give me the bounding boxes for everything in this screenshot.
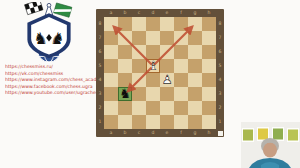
square-d7[interactable] (146, 31, 160, 45)
square-f5[interactable] (174, 59, 188, 73)
square-e1[interactable] (160, 115, 174, 129)
square-a5[interactable] (104, 59, 118, 73)
square-g6[interactable] (188, 45, 202, 59)
coord-label: d (146, 9, 160, 17)
coord-label: e (160, 9, 174, 17)
square-c4[interactable] (132, 73, 146, 87)
square-e2[interactable] (160, 101, 174, 115)
chess-club-crest-logo: ♞ ♞ (10, 2, 88, 64)
coord-label: h (202, 129, 216, 137)
square-h1[interactable] (202, 115, 216, 129)
square-b1[interactable] (118, 115, 132, 129)
shield-icon: ♞ ♞ (27, 13, 70, 58)
square-e4[interactable] (160, 73, 174, 87)
coord-label: 8 (216, 17, 224, 31)
square-g8[interactable] (188, 17, 202, 31)
board-corner-badge (218, 131, 223, 136)
square-h8[interactable] (202, 17, 216, 31)
square-f1[interactable] (174, 115, 188, 129)
square-a3[interactable] (104, 87, 118, 101)
checkered-flag-icon (25, 2, 43, 15)
square-e6[interactable] (160, 45, 174, 59)
coord-label: 5 (216, 59, 224, 73)
coord-label: b (118, 129, 132, 137)
square-c7[interactable] (132, 31, 146, 45)
square-b7[interactable] (118, 31, 132, 45)
square-h2[interactable] (202, 101, 216, 115)
square-c6[interactable] (132, 45, 146, 59)
square-a6[interactable] (104, 45, 118, 59)
square-a1[interactable] (104, 115, 118, 129)
coord-label: 3 (216, 87, 224, 101)
square-g3[interactable] (188, 87, 202, 101)
square-f6[interactable] (174, 45, 188, 59)
square-h5[interactable] (202, 59, 216, 73)
square-a2[interactable] (104, 101, 118, 115)
square-g5[interactable] (188, 59, 202, 73)
square-b6[interactable] (118, 45, 132, 59)
svg-text:♞: ♞ (50, 29, 64, 48)
board-grid (104, 17, 216, 129)
rank-labels-left: 87654321 (96, 17, 104, 129)
coord-label: 6 (216, 45, 224, 59)
coord-label: 4 (216, 73, 224, 87)
coord-label: 3 (96, 87, 104, 101)
green-flag-icon (54, 3, 72, 17)
coord-label: 2 (216, 101, 224, 115)
coord-label: g (188, 9, 202, 17)
square-g7[interactable] (188, 31, 202, 45)
square-c5[interactable] (132, 59, 146, 73)
square-d1[interactable] (146, 115, 160, 129)
square-a8[interactable] (104, 17, 118, 31)
square-d6[interactable] (146, 45, 160, 59)
coord-label: 2 (96, 101, 104, 115)
square-d8[interactable] (146, 17, 160, 31)
video-frame: ♞ ♞ https://chessmiss.ru/ https://vk.com… (0, 0, 300, 168)
svg-text:♞: ♞ (33, 29, 47, 48)
square-g1[interactable] (188, 115, 202, 129)
coord-label: g (188, 129, 202, 137)
square-d5[interactable] (146, 59, 160, 73)
square-f8[interactable] (174, 17, 188, 31)
square-b2[interactable] (118, 101, 132, 115)
square-b3[interactable] (118, 87, 132, 101)
square-e3[interactable] (160, 87, 174, 101)
square-g2[interactable] (188, 101, 202, 115)
square-c1[interactable] (132, 115, 146, 129)
coord-label: 7 (96, 31, 104, 45)
coord-label: a (104, 9, 118, 17)
coord-label: h (202, 9, 216, 17)
coord-label: 5 (96, 59, 104, 73)
square-d3[interactable] (146, 87, 160, 101)
square-f3[interactable] (174, 87, 188, 101)
file-labels-bottom: abcdefgh (104, 129, 216, 137)
coord-label: 1 (216, 115, 224, 129)
coord-label: e (160, 129, 174, 137)
square-h3[interactable] (202, 87, 216, 101)
chess-board: abcdefgh abcdefgh 87654321 87654321 ♝♗♟♙… (96, 9, 224, 137)
square-c8[interactable] (132, 17, 146, 31)
square-f4[interactable] (174, 73, 188, 87)
file-labels-top: abcdefgh (104, 9, 216, 17)
coord-label: 4 (96, 73, 104, 87)
square-a7[interactable] (104, 31, 118, 45)
presenter-webcam-video[interactable] (241, 122, 300, 168)
square-b4[interactable] (118, 73, 132, 87)
coord-label: 7 (216, 31, 224, 45)
square-f7[interactable] (174, 31, 188, 45)
coord-label: 1 (96, 115, 104, 129)
coord-label: b (118, 9, 132, 17)
coord-label: c (132, 9, 146, 17)
square-d4[interactable] (146, 73, 160, 87)
square-h7[interactable] (202, 31, 216, 45)
coord-label: c (132, 129, 146, 137)
coord-label: d (146, 129, 160, 137)
rank-labels-right: 87654321 (216, 17, 224, 129)
square-h4[interactable] (202, 73, 216, 87)
coord-label: 8 (96, 17, 104, 31)
square-f2[interactable] (174, 101, 188, 115)
square-a4[interactable] (104, 73, 118, 87)
square-e8[interactable] (160, 17, 174, 31)
coord-label: f (174, 129, 188, 137)
square-g4[interactable] (188, 73, 202, 87)
square-c3[interactable] (132, 87, 146, 101)
square-e7[interactable] (160, 31, 174, 45)
square-c2[interactable] (132, 101, 146, 115)
coord-label: 6 (96, 45, 104, 59)
square-h6[interactable] (202, 45, 216, 59)
coord-label: a (104, 129, 118, 137)
square-b8[interactable] (118, 17, 132, 31)
square-b5[interactable] (118, 59, 132, 73)
coord-label: f (174, 9, 188, 17)
square-d2[interactable] (146, 101, 160, 115)
square-e5[interactable] (160, 59, 174, 73)
